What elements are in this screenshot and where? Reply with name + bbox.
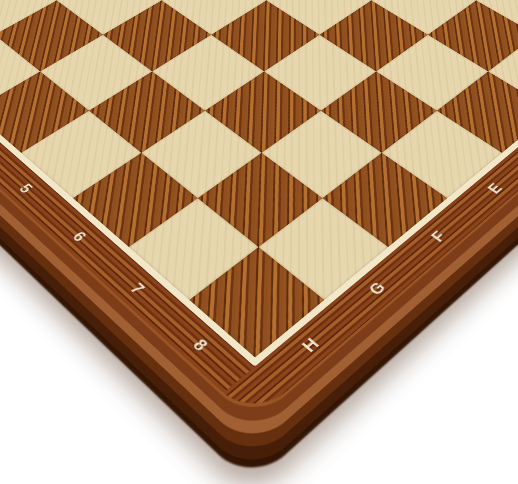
playing-field <box>0 0 518 357</box>
photo-background: 5678EFGH <box>0 0 518 484</box>
camera-perspective: 5678EFGH <box>0 0 518 484</box>
chessboard: 5678EFGH <box>0 0 518 420</box>
